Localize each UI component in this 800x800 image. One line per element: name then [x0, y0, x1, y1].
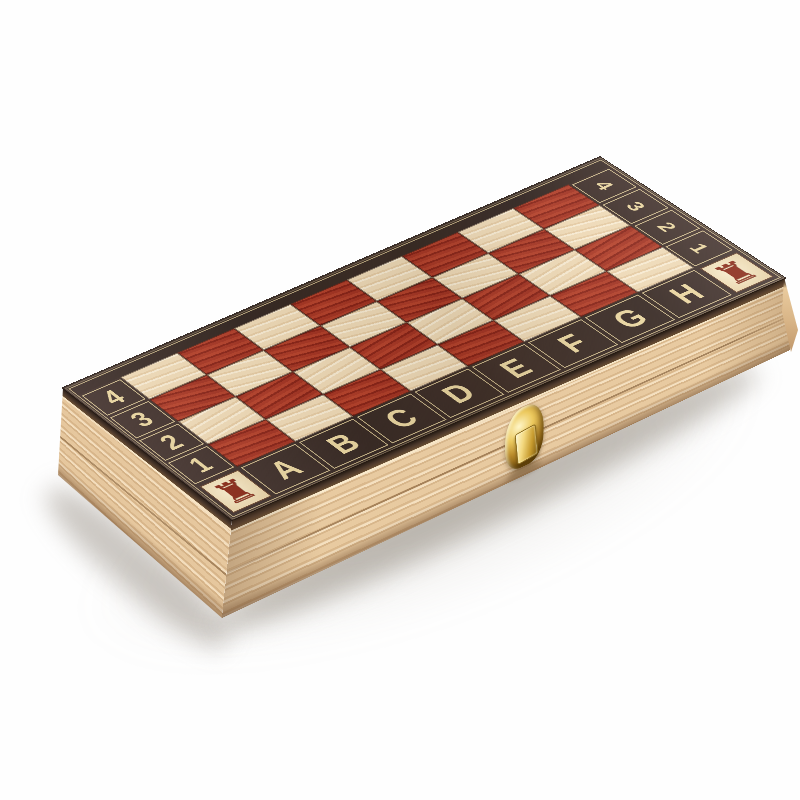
product-photo-stage: 44332211♜ABCDEFGH♜	[0, 0, 800, 800]
rank-label-right-text: 3	[620, 199, 650, 214]
rank-label-right-text: 4	[589, 178, 618, 193]
rank-label-right-text: 2	[652, 220, 682, 235]
rank-label-right-text: 1	[684, 241, 714, 256]
